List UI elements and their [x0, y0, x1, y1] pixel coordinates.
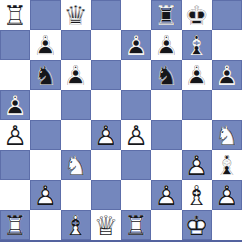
black-pawn-outline: ♙ — [212, 60, 242, 90]
square-b5[interactable] — [30, 90, 60, 120]
white-rook-outline: ♖ — [121, 210, 151, 240]
square-e6[interactable] — [121, 60, 151, 90]
black-queen[interactable]: ♛♕ — [61, 0, 91, 30]
square-h6[interactable]: ♟♙ — [212, 60, 242, 90]
square-g5[interactable] — [182, 90, 212, 120]
square-a5[interactable]: ♟♙ — [0, 90, 30, 120]
black-pawn[interactable]: ♟♙ — [182, 60, 212, 90]
black-pawn-outline: ♙ — [121, 30, 151, 60]
white-pawn-outline: ♙ — [0, 120, 30, 150]
square-b6[interactable]: ♞♘ — [30, 60, 60, 90]
square-g4[interactable] — [182, 120, 212, 150]
white-knight[interactable]: ♞♘ — [212, 120, 242, 150]
square-b3[interactable] — [30, 150, 60, 180]
square-a2[interactable] — [0, 180, 30, 210]
black-rook[interactable]: ♜♖ — [151, 0, 181, 30]
square-c8[interactable]: ♛♕ — [61, 0, 91, 30]
white-pawn[interactable]: ♟♙ — [212, 180, 242, 210]
black-rook-outline: ♖ — [151, 0, 181, 30]
white-knight[interactable]: ♞♘ — [61, 150, 91, 180]
black-knight[interactable]: ♞♘ — [151, 60, 181, 90]
black-bishop[interactable]: ♝♗ — [182, 30, 212, 60]
white-rook-outline: ♖ — [0, 210, 30, 240]
black-king-outline: ♔ — [182, 0, 212, 30]
square-f5[interactable] — [151, 90, 181, 120]
square-f7[interactable]: ♟♙ — [151, 30, 181, 60]
square-c3[interactable]: ♞♘ — [61, 150, 91, 180]
black-pawn-outline: ♙ — [30, 30, 60, 60]
square-h4[interactable]: ♞♘ — [212, 120, 242, 150]
white-bishop[interactable]: ♝♗ — [61, 210, 91, 240]
square-a7[interactable] — [0, 30, 30, 60]
square-a4[interactable]: ♟♙ — [0, 120, 30, 150]
black-knight[interactable]: ♞♘ — [30, 60, 60, 90]
square-c5[interactable] — [61, 90, 91, 120]
square-c2[interactable] — [61, 180, 91, 210]
black-pawn[interactable]: ♟♙ — [121, 30, 151, 60]
black-pawn-outline: ♙ — [0, 90, 30, 120]
black-king[interactable]: ♚♔ — [182, 0, 212, 30]
square-h3[interactable]: ♝♗ — [212, 150, 242, 180]
white-king[interactable]: ♚♔ — [182, 210, 212, 240]
square-c6[interactable]: ♟♙ — [61, 60, 91, 90]
square-g8[interactable]: ♚♔ — [182, 0, 212, 30]
white-bishop-outline: ♗ — [182, 180, 212, 210]
white-pawn[interactable]: ♟♙ — [0, 120, 30, 150]
square-e1[interactable]: ♜♖ — [121, 210, 151, 240]
square-d6[interactable] — [91, 60, 121, 90]
square-f4[interactable] — [151, 120, 181, 150]
square-b7[interactable]: ♟♙ — [30, 30, 60, 60]
white-rook[interactable]: ♜♖ — [0, 0, 30, 30]
square-h5[interactable] — [212, 90, 242, 120]
white-pawn[interactable]: ♟♙ — [121, 120, 151, 150]
square-g1[interactable]: ♚♔ — [182, 210, 212, 240]
square-f1[interactable] — [151, 210, 181, 240]
square-h1[interactable] — [212, 210, 242, 240]
square-e2[interactable] — [121, 180, 151, 210]
white-pawn-outline: ♙ — [121, 120, 151, 150]
white-queen-outline: ♕ — [91, 210, 121, 240]
square-c4[interactable] — [61, 120, 91, 150]
black-knight-outline: ♘ — [30, 60, 60, 90]
white-pawn[interactable]: ♟♙ — [91, 120, 121, 150]
square-f6[interactable]: ♞♘ — [151, 60, 181, 90]
black-bishop-outline: ♗ — [212, 150, 242, 180]
square-d1[interactable]: ♛♕ — [91, 210, 121, 240]
square-e3[interactable] — [121, 150, 151, 180]
black-queen-outline: ♕ — [61, 0, 91, 30]
square-d8[interactable] — [91, 0, 121, 30]
square-e4[interactable]: ♟♙ — [121, 120, 151, 150]
black-pawn[interactable]: ♟♙ — [151, 30, 181, 60]
white-pawn[interactable]: ♟♙ — [182, 150, 212, 180]
square-d3[interactable] — [91, 150, 121, 180]
square-e7[interactable]: ♟♙ — [121, 30, 151, 60]
black-pawn[interactable]: ♟♙ — [212, 60, 242, 90]
square-b1[interactable] — [30, 210, 60, 240]
square-d4[interactable]: ♟♙ — [91, 120, 121, 150]
square-h7[interactable] — [212, 30, 242, 60]
square-d7[interactable] — [91, 30, 121, 60]
square-f3[interactable] — [151, 150, 181, 180]
square-g7[interactable]: ♝♗ — [182, 30, 212, 60]
white-pawn-outline: ♙ — [182, 150, 212, 180]
square-g3[interactable]: ♟♙ — [182, 150, 212, 180]
square-f8[interactable]: ♜♖ — [151, 0, 181, 30]
black-knight-outline: ♘ — [151, 60, 181, 90]
black-pawn[interactable]: ♟♙ — [0, 90, 30, 120]
black-pawn[interactable]: ♟♙ — [61, 60, 91, 90]
square-a6[interactable] — [0, 60, 30, 90]
chess-board: ♜♖♛♕♜♖♚♔♟♙♟♙♟♙♝♗♞♘♟♙♞♘♟♙♟♙♟♙♟♙♟♙♟♙♞♘♞♘♟♙… — [0, 0, 242, 242]
square-b2[interactable]: ♟♙ — [30, 180, 60, 210]
square-a8[interactable]: ♜♖ — [0, 0, 30, 30]
square-d2[interactable] — [91, 180, 121, 210]
black-pawn-outline: ♙ — [61, 60, 91, 90]
black-pawn-outline: ♙ — [182, 60, 212, 90]
white-knight-outline: ♘ — [61, 150, 91, 180]
white-pawn-outline: ♙ — [30, 180, 60, 210]
white-rook[interactable]: ♜♖ — [121, 210, 151, 240]
square-h8[interactable] — [212, 0, 242, 30]
white-pawn[interactable]: ♟♙ — [151, 180, 181, 210]
square-a1[interactable]: ♜♖ — [0, 210, 30, 240]
white-king-outline: ♔ — [182, 210, 212, 240]
square-h2[interactable]: ♟♙ — [212, 180, 242, 210]
white-pawn-outline: ♙ — [91, 120, 121, 150]
black-bishop[interactable]: ♝♗ — [212, 150, 242, 180]
black-bishop-outline: ♗ — [182, 30, 212, 60]
white-pawn-outline: ♙ — [212, 180, 242, 210]
square-f2[interactable]: ♟♙ — [151, 180, 181, 210]
square-d5[interactable] — [91, 90, 121, 120]
square-e8[interactable] — [121, 0, 151, 30]
square-b4[interactable] — [30, 120, 60, 150]
black-pawn-outline: ♙ — [151, 30, 181, 60]
white-knight-outline: ♘ — [212, 120, 242, 150]
square-g2[interactable]: ♝♗ — [182, 180, 212, 210]
square-g6[interactable]: ♟♙ — [182, 60, 212, 90]
square-c7[interactable] — [61, 30, 91, 60]
black-pawn[interactable]: ♟♙ — [30, 30, 60, 60]
square-b8[interactable] — [30, 0, 60, 30]
white-pawn[interactable]: ♟♙ — [30, 180, 60, 210]
square-c1[interactable]: ♝♗ — [61, 210, 91, 240]
white-queen[interactable]: ♛♕ — [91, 210, 121, 240]
square-a3[interactable] — [0, 150, 30, 180]
square-e5[interactable] — [121, 90, 151, 120]
white-rook-outline: ♖ — [0, 0, 30, 30]
white-pawn-outline: ♙ — [151, 180, 181, 210]
white-rook[interactable]: ♜♖ — [0, 210, 30, 240]
chess-app: ♜♖♛♕♜♖♚♔♟♙♟♙♟♙♝♗♞♘♟♙♞♘♟♙♟♙♟♙♟♙♟♙♟♙♞♘♞♘♟♙… — [0, 0, 242, 242]
white-bishop-outline: ♗ — [61, 210, 91, 240]
white-bishop[interactable]: ♝♗ — [182, 180, 212, 210]
